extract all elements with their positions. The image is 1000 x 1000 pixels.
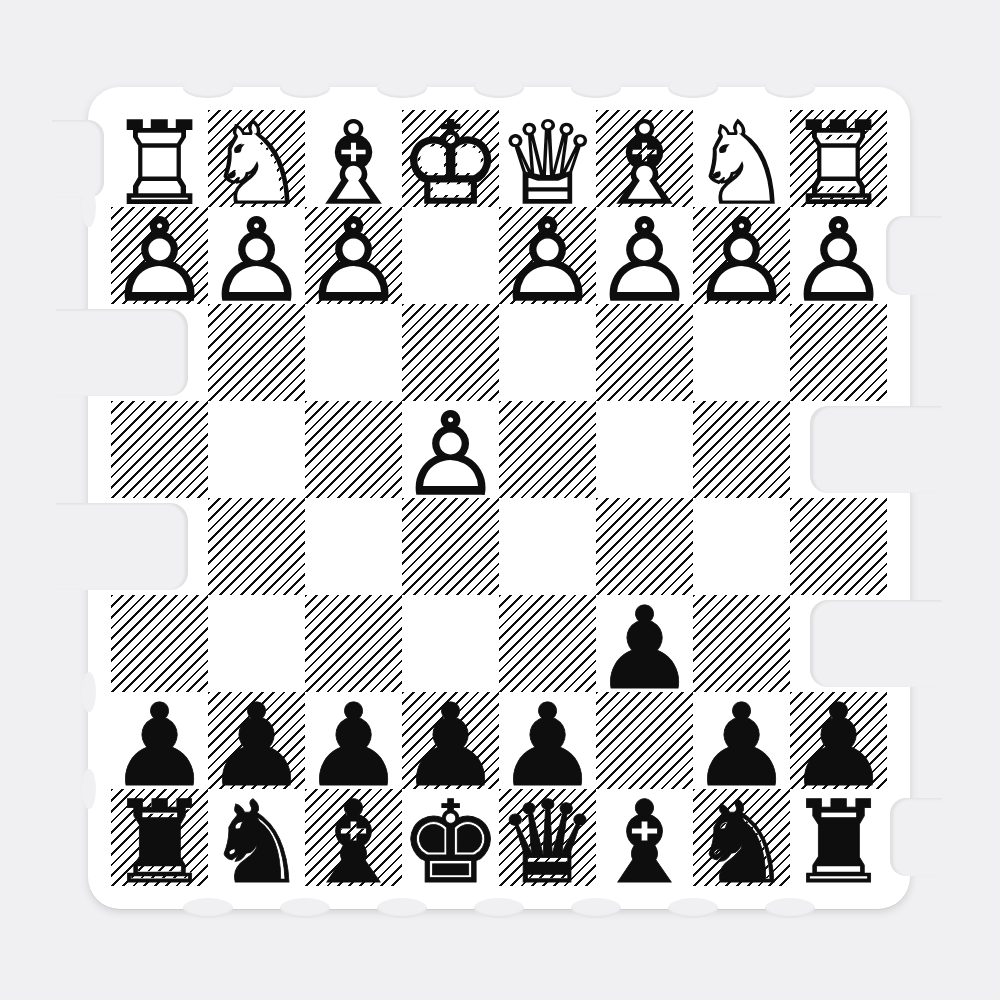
piece-black-pawn-a7: ♟♟ [790,692,887,789]
piece-glyph-ink: ♙ [790,212,887,309]
piece-black-rook-a8: ♜♜ [790,789,887,886]
piece-white-pawn-d2: ♟♙ [499,207,596,304]
piece-white-pawn-e4: ♟♙ [402,401,499,498]
piece-black-knight-b8: ♞♞ [693,789,790,886]
piece-glyph-ink: ♙ [693,212,790,309]
square-b2[interactable]: ♟♙ [693,207,790,304]
piece-white-pawn-a2: ♟♙ [790,207,887,304]
piece-white-pawn-h2: ♟♙ [111,207,208,304]
square-b6[interactable] [693,595,790,692]
square-e7[interactable]: ♟♟ [402,692,499,789]
diecut-wave-top [183,78,233,98]
square-g6[interactable] [208,595,305,692]
square-d2[interactable]: ♟♙ [499,207,596,304]
piece-white-knight-g1: ♞♘ [208,110,305,207]
square-e4[interactable]: ♟♙ [402,401,499,498]
square-d6[interactable] [499,595,596,692]
square-e2[interactable] [402,207,499,304]
square-d4[interactable] [499,401,596,498]
square-g1[interactable]: ♞♘ [208,110,305,207]
diecut-wave-top [571,78,621,98]
diecut-wave-top [280,78,330,98]
diecut-wave-left [82,187,96,227]
piece-black-pawn-g7: ♟♟ [208,692,305,789]
piece-white-bishop-c1: ♝♗ [596,110,693,207]
square-a7[interactable]: ♟♟ [790,692,887,789]
piece-glyph-ink: ♙ [111,212,208,309]
piece-glyph-ink: ♜ [790,794,887,891]
square-f3[interactable] [305,304,402,401]
square-e6[interactable] [402,595,499,692]
square-f8[interactable]: ♝♝ [305,789,402,886]
square-f4[interactable] [305,401,402,498]
diecut-hug-h1-rook [52,120,104,198]
piece-black-pawn-b7: ♟♟ [693,692,790,789]
square-a4[interactable] [790,401,887,498]
piece-black-pawn-c6: ♟♟ [596,595,693,692]
square-f2[interactable]: ♟♙ [305,207,402,304]
square-a2[interactable]: ♟♙ [790,207,887,304]
square-e5[interactable] [402,498,499,595]
piece-glyph-ink: ♞ [208,794,305,891]
piece-glyph-ink: ♙ [305,212,402,309]
square-b1[interactable]: ♞♘ [693,110,790,207]
piece-white-pawn-c2: ♟♙ [596,207,693,304]
chess-board: ♜♖♞♘♝♗♚♔♛♕♝♗♞♘♜♖♟♙♟♙♟♙♟♙♟♙♟♙♟♙♟♙♟♟♟♟♟♟♟♟… [111,110,887,886]
square-g3[interactable] [208,304,305,401]
square-a3[interactable] [790,304,887,401]
square-d7[interactable]: ♟♟ [499,692,596,789]
piece-white-pawn-b2: ♟♙ [693,207,790,304]
piece-black-pawn-f7: ♟♟ [305,692,402,789]
square-b8[interactable]: ♞♞ [693,789,790,886]
piece-glyph-ink: ♜ [111,794,208,891]
square-b4[interactable] [693,401,790,498]
piece-glyph-ink: ♙ [596,212,693,309]
piece-glyph-ink: ♛ [499,794,596,891]
square-c4[interactable] [596,401,693,498]
piece-glyph-ink: ♔ [402,115,499,212]
piece-white-king-e1: ♚♔ [402,110,499,207]
square-c8[interactable]: ♝♝ [596,789,693,886]
piece-glyph-ink: ♙ [499,212,596,309]
diecut-wave-top [474,78,524,98]
square-f5[interactable] [305,498,402,595]
square-h7[interactable]: ♟♟ [111,692,208,789]
square-b3[interactable] [693,304,790,401]
square-d1[interactable]: ♛♕ [499,110,596,207]
square-c6[interactable]: ♟♟ [596,595,693,692]
square-h1[interactable]: ♜♖ [111,110,208,207]
square-e1[interactable]: ♚♔ [402,110,499,207]
square-a8[interactable]: ♜♜ [790,789,887,886]
diecut-wave-top [377,78,427,98]
square-h2[interactable]: ♟♙ [111,207,208,304]
piece-white-knight-b1: ♞♘ [693,110,790,207]
piece-black-pawn-h7: ♟♟ [111,692,208,789]
square-c1[interactable]: ♝♗ [596,110,693,207]
square-g2[interactable]: ♟♙ [208,207,305,304]
piece-white-pawn-f2: ♟♙ [305,207,402,304]
square-h3[interactable] [111,304,208,401]
square-g4[interactable] [208,401,305,498]
piece-white-rook-h1: ♜♖ [111,110,208,207]
piece-glyph-ink: ♙ [208,212,305,309]
piece-black-knight-g8: ♞♞ [208,789,305,886]
square-g7[interactable]: ♟♟ [208,692,305,789]
piece-white-rook-a1: ♜♖ [790,110,887,207]
square-e3[interactable] [402,304,499,401]
sticker-scene: ♜♖♞♘♝♗♚♔♛♕♝♗♞♘♜♖♟♙♟♙♟♙♟♙♟♙♟♙♟♙♟♙♟♟♟♟♟♟♟♟… [0,0,1000,1000]
square-a1[interactable]: ♜♖ [790,110,887,207]
piece-glyph-ink: ♞ [693,794,790,891]
square-c3[interactable] [596,304,693,401]
square-e8[interactable]: ♚♚ [402,789,499,886]
piece-white-queen-d1: ♛♕ [499,110,596,207]
piece-black-bishop-c8: ♝♝ [596,789,693,886]
piece-black-king-e8: ♚♚ [402,789,499,886]
piece-white-bishop-f1: ♝♗ [305,110,402,207]
square-g8[interactable]: ♞♞ [208,789,305,886]
square-d5[interactable] [499,498,596,595]
page-background: { "game": "chess", "title": "Chess board… [0,0,1000,1000]
piece-white-pawn-g2: ♟♙ [208,207,305,304]
diecut-wave-left [82,769,96,809]
square-h4[interactable] [111,401,208,498]
piece-black-queen-d8: ♛♛ [499,789,596,886]
square-h8[interactable]: ♜♜ [111,789,208,886]
diecut-hug-a2-pawn [886,216,942,295]
square-d3[interactable] [499,304,596,401]
piece-black-pawn-d7: ♟♟ [499,692,596,789]
square-h6[interactable] [111,595,208,692]
diecut-hug-a8-rook [890,798,942,876]
piece-black-bishop-f8: ♝♝ [305,789,402,886]
piece-glyph-ink: ♚ [402,794,499,891]
diecut-wave-top [765,78,815,98]
square-a5[interactable] [790,498,887,595]
diecut-wave-top [668,78,718,98]
piece-black-rook-h8: ♜♜ [111,789,208,886]
square-f7[interactable]: ♟♟ [305,692,402,789]
square-a6[interactable] [790,595,887,692]
square-f6[interactable] [305,595,402,692]
piece-glyph-ink: ♙ [402,406,499,503]
square-h5[interactable] [111,498,208,595]
square-c2[interactable]: ♟♙ [596,207,693,304]
diecut-wave-left [82,672,96,712]
square-f1[interactable]: ♝♗ [305,110,402,207]
square-g5[interactable] [208,498,305,595]
square-c7[interactable] [596,692,693,789]
piece-glyph-ink: ♝ [305,794,402,891]
square-b5[interactable] [693,498,790,595]
square-b7[interactable]: ♟♟ [693,692,790,789]
piece-black-pawn-e7: ♟♟ [402,692,499,789]
piece-glyph-ink: ♟ [596,600,693,697]
piece-glyph-ink: ♝ [596,794,693,891]
square-c5[interactable] [596,498,693,595]
square-d8[interactable]: ♛♛ [499,789,596,886]
